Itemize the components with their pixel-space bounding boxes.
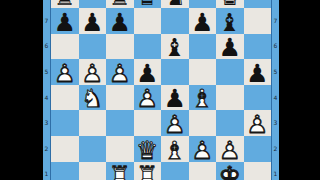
rank-label: 6	[272, 34, 279, 60]
square-b7[interactable]: ♟	[79, 8, 107, 34]
square-d5[interactable]: ♟	[134, 59, 162, 85]
pawn-glyph: ♟	[51, 10, 79, 34]
square-d2[interactable]: ♛♕	[134, 136, 162, 162]
square-a1[interactable]	[51, 162, 79, 180]
rank-label: 6	[43, 34, 50, 60]
pawn-glyph: ♟	[189, 10, 217, 34]
square-c1[interactable]: ♜♖	[106, 162, 134, 180]
pawn-outline-glyph: ♙	[106, 61, 134, 85]
piece-black-knight[interactable]: ♞	[161, 0, 189, 8]
pawn-outline-glyph: ♙	[189, 138, 217, 162]
piece-white-bishop[interactable]: ♝♗	[161, 136, 189, 162]
piece-black-pawn[interactable]: ♟	[134, 59, 162, 85]
piece-white-pawn[interactable]: ♟♙	[51, 59, 79, 85]
square-c3[interactable]	[106, 110, 134, 136]
rook-glyph: ♜	[106, 163, 134, 180]
square-b5[interactable]: ♟♙	[79, 59, 107, 85]
square-g7[interactable]: ♝	[216, 8, 244, 34]
square-a5[interactable]: ♟♙	[51, 59, 79, 85]
piece-white-pawn[interactable]: ♟♙	[161, 110, 189, 136]
square-h5[interactable]: ♟	[244, 59, 272, 85]
square-c4[interactable]	[106, 85, 134, 111]
piece-white-king[interactable]: ♚♔	[216, 162, 244, 180]
square-g1[interactable]: ♚♔	[216, 162, 244, 180]
square-a6[interactable]	[51, 34, 79, 60]
pawn-glyph: ♟	[161, 112, 189, 136]
square-e1[interactable]	[161, 162, 189, 180]
chess-board: 87654321 ♜♜♛♞♚♟♟♟♟♝♝♟♟♙♟♙♟♙♟♟♞♘♟♙♟♝♗♟♙♟♙…	[43, 0, 279, 180]
piece-white-rook[interactable]: ♜♖	[134, 162, 162, 180]
square-e5[interactable]	[161, 59, 189, 85]
square-d1[interactable]: ♜♖	[134, 162, 162, 180]
pawn-outline-glyph: ♙	[244, 112, 272, 136]
knight-glyph: ♞	[79, 86, 107, 110]
queen-glyph: ♛	[134, 138, 162, 162]
pawn-glyph: ♟	[244, 112, 272, 136]
square-f8[interactable]	[189, 0, 217, 8]
square-a4[interactable]	[51, 85, 79, 111]
piece-white-queen[interactable]: ♛♕	[134, 136, 162, 162]
square-f1[interactable]	[189, 162, 217, 180]
rook-glyph: ♜	[134, 163, 162, 180]
rank-labels-left: 87654321	[43, 0, 50, 180]
pawn-glyph: ♟	[106, 10, 134, 34]
square-d3[interactable]	[134, 110, 162, 136]
rook-glyph: ♜	[106, 0, 134, 8]
piece-white-knight[interactable]: ♞♘	[79, 85, 107, 111]
video-frame: 87654321 ♜♜♛♞♚♟♟♟♟♝♝♟♟♙♟♙♟♙♟♟♞♘♟♙♟♝♗♟♙♟♙…	[0, 0, 320, 180]
rank-label: 3	[43, 110, 50, 136]
rank-label: 1	[43, 162, 50, 180]
square-g2[interactable]: ♟♙	[216, 136, 244, 162]
rank-label: 5	[272, 59, 279, 85]
rank-label: 8	[43, 0, 50, 8]
rank-label: 5	[43, 59, 50, 85]
square-g5[interactable]	[216, 59, 244, 85]
square-e8[interactable]: ♞	[161, 0, 189, 8]
knight-glyph: ♞	[161, 0, 189, 8]
bishop-outline-glyph: ♗	[189, 86, 217, 110]
square-a3[interactable]	[51, 110, 79, 136]
square-h7[interactable]	[244, 8, 272, 34]
bishop-glyph: ♝	[161, 138, 189, 162]
square-e3[interactable]: ♟♙	[161, 110, 189, 136]
pawn-outline-glyph: ♙	[216, 138, 244, 162]
bishop-glyph: ♝	[216, 10, 244, 34]
pawn-glyph: ♟	[134, 86, 162, 110]
rook-glyph: ♜	[51, 0, 79, 8]
king-glyph: ♚	[216, 0, 244, 8]
piece-black-pawn[interactable]: ♟	[161, 85, 189, 111]
pawn-glyph: ♟	[189, 138, 217, 162]
square-a8[interactable]: ♜	[51, 0, 79, 8]
piece-black-rook[interactable]: ♜	[106, 0, 134, 8]
square-d4[interactable]: ♟♙	[134, 85, 162, 111]
pawn-glyph: ♟	[51, 61, 79, 85]
rank-label: 1	[272, 162, 279, 180]
piece-white-pawn[interactable]: ♟♙	[79, 59, 107, 85]
letterbox-left	[0, 0, 43, 180]
piece-black-pawn[interactable]: ♟	[189, 8, 217, 34]
square-d8[interactable]: ♛	[134, 0, 162, 8]
bishop-glyph: ♝	[189, 86, 217, 110]
square-c5[interactable]: ♟♙	[106, 59, 134, 85]
rank-label: 4	[272, 85, 279, 111]
rank-label: 8	[272, 0, 279, 8]
square-d7[interactable]	[134, 8, 162, 34]
board-grid: ♜♜♛♞♚♟♟♟♟♝♝♟♟♙♟♙♟♙♟♟♞♘♟♙♟♝♗♟♙♟♙♛♕♝♗♟♙♟♙♜…	[50, 0, 272, 180]
square-g8[interactable]: ♚	[216, 0, 244, 8]
pawn-outline-glyph: ♙	[51, 61, 79, 85]
square-h2[interactable]	[244, 136, 272, 162]
square-b2[interactable]	[79, 136, 107, 162]
piece-black-pawn[interactable]: ♟	[244, 59, 272, 85]
piece-black-pawn[interactable]: ♟	[51, 8, 79, 34]
bishop-glyph: ♝	[161, 35, 189, 59]
pawn-glyph: ♟	[216, 35, 244, 59]
square-g3[interactable]	[216, 110, 244, 136]
square-b4[interactable]: ♞♘	[79, 85, 107, 111]
king-glyph: ♚	[216, 163, 244, 180]
square-f4[interactable]: ♝♗	[189, 85, 217, 111]
pawn-outline-glyph: ♙	[79, 61, 107, 85]
square-b6[interactable]	[79, 34, 107, 60]
square-h8[interactable]	[244, 0, 272, 8]
square-f2[interactable]: ♟♙	[189, 136, 217, 162]
bishop-outline-glyph: ♗	[161, 138, 189, 162]
square-f5[interactable]	[189, 59, 217, 85]
rank-label: 2	[43, 136, 50, 162]
piece-black-pawn[interactable]: ♟	[79, 8, 107, 34]
square-c7[interactable]: ♟	[106, 8, 134, 34]
square-f3[interactable]	[189, 110, 217, 136]
square-c6[interactable]	[106, 34, 134, 60]
square-h1[interactable]	[244, 162, 272, 180]
rank-label: 3	[272, 110, 279, 136]
square-b8[interactable]	[79, 0, 107, 8]
queen-outline-glyph: ♕	[134, 138, 162, 162]
piece-black-king[interactable]: ♚	[216, 0, 244, 8]
rook-outline-glyph: ♖	[106, 163, 134, 180]
pawn-outline-glyph: ♙	[134, 86, 162, 110]
piece-black-rook[interactable]: ♜	[51, 0, 79, 8]
square-e6[interactable]: ♝	[161, 34, 189, 60]
square-a2[interactable]	[51, 136, 79, 162]
rank-label: 2	[272, 136, 279, 162]
pawn-glyph: ♟	[134, 61, 162, 85]
letterbox-right	[279, 0, 320, 180]
pawn-glyph: ♟	[106, 61, 134, 85]
king-outline-glyph: ♔	[216, 163, 244, 180]
square-c2[interactable]	[106, 136, 134, 162]
pawn-glyph: ♟	[79, 61, 107, 85]
piece-black-pawn[interactable]: ♟	[216, 34, 244, 60]
square-h4[interactable]	[244, 85, 272, 111]
pawn-outline-glyph: ♙	[161, 112, 189, 136]
piece-black-bishop[interactable]: ♝	[161, 34, 189, 60]
piece-white-pawn[interactable]: ♟♙	[244, 110, 272, 136]
square-b3[interactable]	[79, 110, 107, 136]
square-h3[interactable]: ♟♙	[244, 110, 272, 136]
square-c8[interactable]: ♜	[106, 0, 134, 8]
queen-glyph: ♛	[134, 0, 162, 8]
rank-label: 7	[272, 8, 279, 34]
pawn-glyph: ♟	[216, 138, 244, 162]
square-b1[interactable]	[79, 162, 107, 180]
pawn-glyph: ♟	[161, 86, 189, 110]
knight-outline-glyph: ♘	[79, 86, 107, 110]
square-g6[interactable]: ♟	[216, 34, 244, 60]
rook-outline-glyph: ♖	[134, 163, 162, 180]
piece-white-bishop[interactable]: ♝♗	[189, 85, 217, 111]
rank-labels-right: 87654321	[272, 0, 279, 180]
piece-black-bishop[interactable]: ♝	[216, 8, 244, 34]
square-h6[interactable]	[244, 34, 272, 60]
piece-white-pawn[interactable]: ♟♙	[189, 136, 217, 162]
square-e7[interactable]	[161, 8, 189, 34]
square-e4[interactable]: ♟	[161, 85, 189, 111]
piece-white-pawn[interactable]: ♟♙	[216, 136, 244, 162]
square-e2[interactable]: ♝♗	[161, 136, 189, 162]
rank-label: 4	[43, 85, 50, 111]
square-f7[interactable]: ♟	[189, 8, 217, 34]
piece-black-queen[interactable]: ♛	[134, 0, 162, 8]
pawn-glyph: ♟	[244, 61, 272, 85]
pawn-glyph: ♟	[79, 10, 107, 34]
piece-white-pawn[interactable]: ♟♙	[134, 85, 162, 111]
square-d6[interactable]	[134, 34, 162, 60]
square-g4[interactable]	[216, 85, 244, 111]
square-f6[interactable]	[189, 34, 217, 60]
piece-white-rook[interactable]: ♜♖	[106, 162, 134, 180]
piece-black-pawn[interactable]: ♟	[106, 8, 134, 34]
square-a7[interactable]: ♟	[51, 8, 79, 34]
piece-white-pawn[interactable]: ♟♙	[106, 59, 134, 85]
rank-label: 7	[43, 8, 50, 34]
